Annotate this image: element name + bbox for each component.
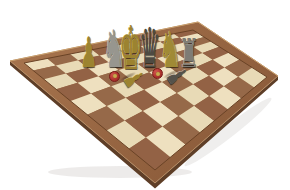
red-felt-base [152,68,163,79]
piece-glyph: ♜ [178,33,199,73]
pieces-layer: ♟♞♚♛♟♞♟♜ [0,0,290,190]
black-rook-f4: ♜ [169,25,209,65]
red-felt-base [109,71,120,82]
white-pawn-c5: ♟ [109,56,145,83]
fallen-piece-body: ♟ [119,66,149,91]
chessboard-product-photo: ♟♞♚♛♟♞♟♜ [0,0,290,190]
